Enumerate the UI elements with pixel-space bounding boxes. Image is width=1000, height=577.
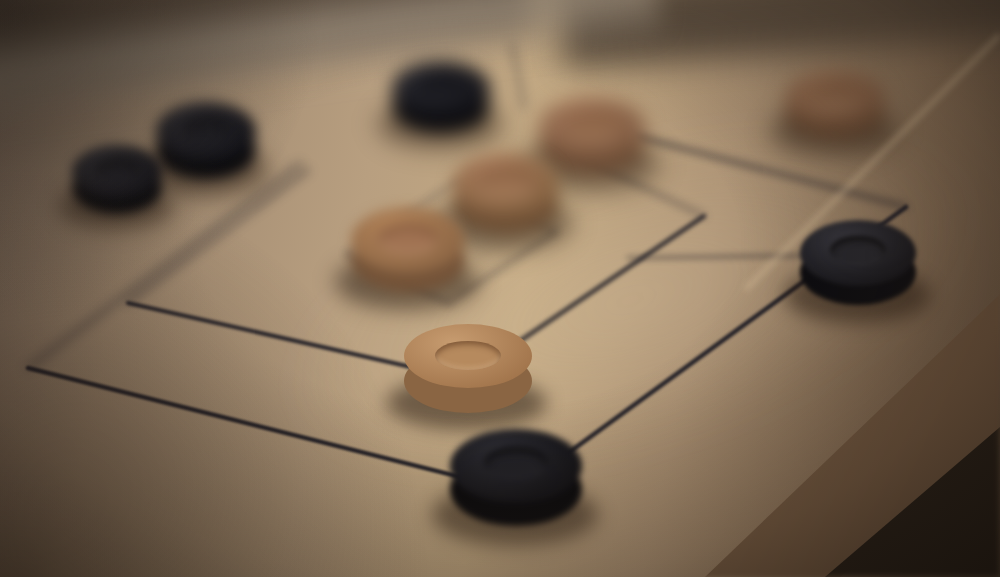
piece-recessed-ring — [564, 113, 619, 141]
piece-tan-off-board[interactable] — [785, 70, 885, 139]
piece-black-g7[interactable] — [392, 61, 490, 133]
piece-top-face — [450, 429, 582, 503]
piece-recessed-ring — [378, 224, 437, 254]
piece-top-face — [156, 102, 256, 162]
piece-top-face — [351, 207, 465, 273]
piece-recessed-ring — [435, 341, 502, 370]
piece-top-face — [404, 324, 532, 388]
piece-center-hole — [182, 116, 230, 142]
piece-black-d7[interactable] — [156, 102, 256, 179]
piece-center-hole — [484, 447, 547, 480]
piece-top-face — [72, 145, 162, 199]
morris-board-photo: Nine Men's Morris board, low-angle photo… — [0, 0, 1000, 577]
piece-center-hole — [95, 158, 138, 182]
piece-black-b6[interactable] — [72, 145, 162, 214]
piece-top-face — [453, 153, 559, 215]
piece-tan-d5[interactable] — [351, 207, 465, 292]
piece-tan-b2[interactable] — [404, 324, 532, 413]
piece-recessed-ring — [809, 84, 861, 109]
piece-top-face — [785, 70, 885, 124]
piece-top-face — [539, 97, 645, 157]
piece-tan-e4[interactable] — [453, 153, 559, 233]
piece-top-face — [800, 220, 916, 286]
piece-center-hole — [830, 236, 886, 265]
piece-center-hole — [417, 74, 464, 99]
piece-top-face — [392, 61, 490, 117]
piece-recessed-ring — [478, 169, 533, 198]
piece-black-a1[interactable] — [450, 429, 582, 526]
piece-black-d1[interactable] — [800, 220, 916, 305]
